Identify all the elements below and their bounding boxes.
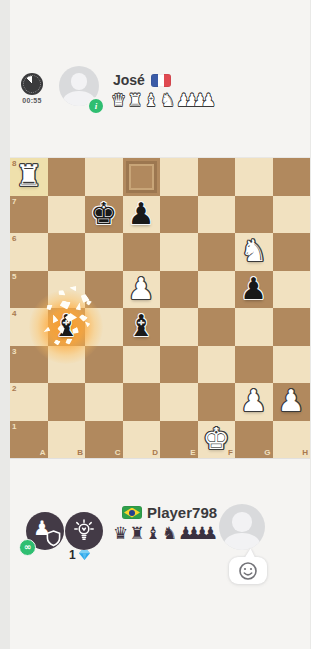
piece-white-r-a8[interactable]: ♜ (15, 157, 42, 195)
bottom-player-avatar[interactable] (219, 504, 265, 550)
square-d3[interactable] (123, 346, 161, 384)
square-g7[interactable] (235, 196, 273, 234)
square-h2[interactable]: ♟ (273, 383, 311, 421)
square-e8[interactable] (160, 158, 198, 196)
brazil-flag-icon (122, 506, 142, 519)
square-b2[interactable] (48, 383, 86, 421)
infinity-badge: ∞ (19, 539, 36, 556)
captured-pieces-black: ♛♜♝♞♟♟♟♟ (113, 524, 219, 543)
square-c1[interactable]: C (85, 421, 123, 459)
file-label: E (190, 448, 195, 457)
square-h8[interactable] (273, 158, 311, 196)
square-b6[interactable] (48, 233, 86, 271)
square-c2[interactable] (85, 383, 123, 421)
square-h6[interactable] (273, 233, 311, 271)
square-a8[interactable]: 8♜ (10, 158, 48, 196)
file-label: A (40, 448, 46, 457)
square-a7[interactable]: 7 (10, 196, 48, 234)
square-d5[interactable]: ♟ (123, 271, 161, 309)
rank-label: 4 (12, 309, 16, 318)
square-f1[interactable]: F♚ (198, 421, 236, 459)
file-label: G (264, 448, 270, 457)
file-label: C (115, 448, 121, 457)
square-b4[interactable]: ♝ (48, 308, 86, 346)
square-a3[interactable]: 3 (10, 346, 48, 384)
rank-label: 2 (12, 384, 16, 393)
piece-white-p-d5[interactable]: ♟ (128, 270, 155, 308)
piece-black-p-g5[interactable]: ♟ (240, 270, 267, 308)
file-label: D (152, 448, 158, 457)
square-e2[interactable] (160, 383, 198, 421)
captured-piece-n: ♞ (160, 91, 175, 110)
square-a5[interactable]: 5 (10, 271, 48, 309)
square-b1[interactable]: B (48, 421, 86, 459)
square-b7[interactable] (48, 196, 86, 234)
captured-piece-n: ♞ (162, 524, 177, 543)
piece-black-k-c7[interactable]: ♚ (90, 195, 117, 233)
square-g2[interactable]: ♟ (235, 383, 273, 421)
captured-piece-p: ♟ (203, 524, 218, 543)
rank-label: 7 (12, 197, 16, 206)
clock-time: 00:55 (10, 97, 54, 104)
square-c4[interactable] (85, 308, 123, 346)
bottom-player-name: Player798 (147, 504, 217, 521)
piece-white-k-f1[interactable]: ♚ (203, 420, 230, 458)
rank-label: 5 (12, 272, 16, 281)
info-badge[interactable]: i (87, 97, 105, 115)
square-d2[interactable] (123, 383, 161, 421)
square-b8[interactable] (48, 158, 86, 196)
square-f6[interactable] (198, 233, 236, 271)
piece-white-p-g2[interactable]: ♟ (240, 382, 267, 420)
square-e5[interactable] (160, 271, 198, 309)
timer-icon (21, 73, 43, 95)
avatar-silhouette (232, 512, 251, 531)
square-h7[interactable] (273, 196, 311, 234)
top-player-name: José (113, 72, 145, 88)
captured-piece-b: ♝ (146, 524, 161, 543)
square-g5[interactable]: ♟ (235, 271, 273, 309)
hint-count: 1 (69, 548, 76, 562)
avatar-silhouette (71, 73, 88, 90)
square-e7[interactable] (160, 196, 198, 234)
square-a6[interactable]: 6 (10, 233, 48, 271)
piece-white-n-g6[interactable]: ♞ (240, 232, 267, 270)
square-h5[interactable] (273, 271, 311, 309)
square-h3[interactable] (273, 346, 311, 384)
piece-white-p-h2[interactable]: ♟ (278, 382, 305, 420)
captured-piece-r: ♜ (129, 524, 144, 543)
square-f3[interactable] (198, 346, 236, 384)
piece-black-p-d7[interactable]: ♟ (128, 195, 155, 233)
square-f4[interactable] (198, 308, 236, 346)
captured-piece-r: ♜ (127, 91, 142, 110)
piece-black-b-d4[interactable]: ♝ (128, 307, 155, 345)
smiley-icon (238, 561, 258, 581)
square-h4[interactable] (273, 308, 311, 346)
square-d6[interactable] (123, 233, 161, 271)
square-e1[interactable]: E (160, 421, 198, 459)
france-flag-icon (151, 74, 171, 87)
square-f8[interactable] (198, 158, 236, 196)
captured-piece-q: ♛ (111, 91, 126, 110)
chat-bubble-button[interactable] (229, 548, 267, 584)
square-g3[interactable] (235, 346, 273, 384)
square-c3[interactable] (85, 346, 123, 384)
square-a1[interactable]: 1A (10, 421, 48, 459)
gem-icon (78, 549, 91, 561)
square-c8[interactable] (85, 158, 123, 196)
app-frame: 00:55 i José ♛♜♝♞♟♟♟♟ 8♜7♚♟6♞5♟♟4♝♝32♟♟1… (10, 0, 310, 649)
square-d4[interactable]: ♝ (123, 308, 161, 346)
square-f7[interactable] (198, 196, 236, 234)
square-a2[interactable]: 2 (10, 383, 48, 421)
square-b5[interactable] (48, 271, 86, 309)
file-label: B (77, 448, 83, 457)
captured-pieces-white: ♛♜♝♞♟♟♟♟ (111, 91, 217, 110)
square-d7[interactable]: ♟ (123, 196, 161, 234)
square-h1[interactable]: H (273, 421, 311, 459)
rank-label: 3 (12, 347, 16, 356)
square-f2[interactable] (198, 383, 236, 421)
file-label: H (302, 448, 308, 457)
square-g4[interactable] (235, 308, 273, 346)
square-f5[interactable] (198, 271, 236, 309)
hint-button[interactable] (65, 512, 103, 550)
square-e4[interactable] (160, 308, 198, 346)
square-b3[interactable] (48, 346, 86, 384)
square-d1[interactable]: D (123, 421, 161, 459)
square-a4[interactable]: 4 (10, 308, 48, 346)
shield-icon (46, 530, 61, 547)
square-g6[interactable]: ♞ (235, 233, 273, 271)
rank-label: 6 (12, 234, 16, 243)
square-g1[interactable]: G (235, 421, 273, 459)
captured-piece-p: ♟ (201, 91, 216, 110)
square-d8[interactable] (123, 158, 161, 196)
square-g8[interactable] (235, 158, 273, 196)
captured-piece-b: ♝ (144, 91, 159, 110)
rank-label: 1 (12, 422, 16, 431)
square-e6[interactable] (160, 233, 198, 271)
chess-board[interactable]: 8♜7♚♟6♞5♟♟4♝♝32♟♟1ABCDEF♚GH (10, 158, 310, 458)
lightbulb-icon (73, 519, 95, 543)
captured-piece-q: ♛ (113, 524, 128, 543)
piece-black-b-b4[interactable]: ♝ (53, 307, 80, 345)
square-c7[interactable]: ♚ (85, 196, 123, 234)
square-c6[interactable] (85, 233, 123, 271)
square-e3[interactable] (160, 346, 198, 384)
square-c5[interactable] (85, 271, 123, 309)
